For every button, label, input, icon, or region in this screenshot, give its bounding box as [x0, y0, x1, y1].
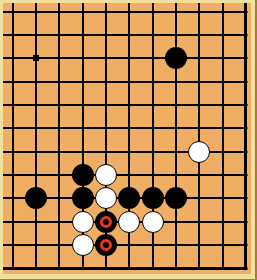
black-stone-Q4 [165, 187, 187, 209]
point-L6[interactable] [48, 140, 71, 163]
point-L2[interactable] [48, 233, 71, 256]
point-K5[interactable] [24, 163, 47, 186]
black-stone-O4 [118, 187, 140, 209]
white-stone-R6 [188, 141, 210, 163]
point-K1[interactable] [24, 257, 47, 274]
point-P6[interactable] [141, 140, 164, 163]
point-S12[interactable] [211, 3, 234, 23]
point-M4[interactable] [71, 187, 94, 210]
point-J1[interactable] [3, 257, 24, 274]
point-O8[interactable] [118, 93, 141, 116]
point-M10[interactable] [71, 47, 94, 70]
point-R7[interactable] [188, 117, 211, 140]
point-J10[interactable] [3, 47, 24, 70]
point-N8[interactable] [94, 93, 117, 116]
white-stone-M2 [72, 234, 94, 256]
point-Q2[interactable] [164, 233, 187, 256]
point-Q12[interactable] [164, 3, 187, 23]
point-K7[interactable] [24, 117, 47, 140]
point-M8[interactable] [71, 93, 94, 116]
point-T7[interactable] [234, 117, 251, 140]
point-T3[interactable] [234, 210, 251, 233]
point-T2[interactable] [234, 233, 251, 256]
point-J2[interactable] [3, 233, 24, 256]
point-T12[interactable] [234, 3, 251, 23]
point-R6[interactable] [188, 140, 211, 163]
point-S2[interactable] [211, 233, 234, 256]
point-M12[interactable] [71, 3, 94, 23]
point-M3[interactable] [71, 210, 94, 233]
white-stone-O3 [118, 211, 140, 233]
point-R3[interactable] [188, 210, 211, 233]
point-N7[interactable] [94, 117, 117, 140]
point-O5[interactable] [118, 163, 141, 186]
black-stone-P4 [142, 187, 164, 209]
point-J9[interactable] [3, 70, 24, 93]
white-stone-P3 [142, 211, 164, 233]
point-P1[interactable] [141, 257, 164, 274]
point-J11[interactable] [3, 23, 24, 46]
black-stone-K4 [25, 187, 47, 209]
point-K2[interactable] [24, 233, 47, 256]
point-N6[interactable] [94, 140, 117, 163]
point-Q5[interactable] [164, 163, 187, 186]
point-P7[interactable] [141, 117, 164, 140]
point-T4[interactable] [234, 187, 251, 210]
white-stone-N4 [95, 187, 117, 209]
point-M11[interactable] [71, 23, 94, 46]
point-R1[interactable] [188, 257, 211, 274]
point-J5[interactable] [3, 163, 24, 186]
point-L11[interactable] [48, 23, 71, 46]
black-stone-Q10 [165, 47, 187, 69]
go-diagram [0, 0, 257, 280]
point-O11[interactable] [118, 23, 141, 46]
point-R4[interactable] [188, 187, 211, 210]
point-L7[interactable] [48, 117, 71, 140]
point-L9[interactable] [48, 70, 71, 93]
point-O4[interactable] [118, 187, 141, 210]
point-T9[interactable] [234, 70, 251, 93]
point-T1[interactable] [234, 257, 251, 274]
point-S3[interactable] [211, 210, 234, 233]
point-T5[interactable] [234, 163, 251, 186]
point-S10[interactable] [211, 47, 234, 70]
point-S5[interactable] [211, 163, 234, 186]
point-O9[interactable] [118, 70, 141, 93]
point-Q3[interactable] [164, 210, 187, 233]
point-N2[interactable] [94, 233, 117, 256]
point-J8[interactable] [3, 93, 24, 116]
point-Q10[interactable] [164, 47, 187, 70]
point-S4[interactable] [211, 187, 234, 210]
go-board-grid [3, 3, 251, 274]
point-O6[interactable] [118, 140, 141, 163]
point-Q11[interactable] [164, 23, 187, 46]
point-J6[interactable] [3, 140, 24, 163]
point-J4[interactable] [3, 187, 24, 210]
black-stone-N3 [95, 211, 117, 233]
point-R11[interactable] [188, 23, 211, 46]
point-O12[interactable] [118, 3, 141, 23]
point-O1[interactable] [118, 257, 141, 274]
point-M1[interactable] [71, 257, 94, 274]
point-P11[interactable] [141, 23, 164, 46]
point-K4[interactable] [24, 187, 47, 210]
point-P3[interactable] [141, 210, 164, 233]
point-Q9[interactable] [164, 70, 187, 93]
black-stone-N2 [95, 234, 117, 256]
white-stone-N5 [95, 164, 117, 186]
white-stone-M3 [72, 211, 94, 233]
point-R5[interactable] [188, 163, 211, 186]
point-S8[interactable] [211, 93, 234, 116]
point-K6[interactable] [24, 140, 47, 163]
point-R9[interactable] [188, 70, 211, 93]
point-S7[interactable] [211, 117, 234, 140]
point-L5[interactable] [48, 163, 71, 186]
point-M5[interactable] [71, 163, 94, 186]
point-L12[interactable] [48, 3, 71, 23]
point-R2[interactable] [188, 233, 211, 256]
point-O3[interactable] [118, 210, 141, 233]
point-N11[interactable] [94, 23, 117, 46]
black-stone-M4 [72, 187, 94, 209]
point-N10[interactable] [94, 47, 117, 70]
point-N9[interactable] [94, 70, 117, 93]
point-O2[interactable] [118, 233, 141, 256]
point-K9[interactable] [24, 70, 47, 93]
point-R8[interactable] [188, 93, 211, 116]
point-P2[interactable] [141, 233, 164, 256]
red-circle-marker-icon [100, 216, 112, 228]
point-K10[interactable] [24, 47, 47, 70]
point-Q7[interactable] [164, 117, 187, 140]
point-P12[interactable] [141, 3, 164, 23]
point-T10[interactable] [234, 47, 251, 70]
point-N3[interactable] [94, 210, 117, 233]
point-J3[interactable] [3, 210, 24, 233]
point-J12[interactable] [3, 3, 24, 23]
point-K3[interactable] [24, 210, 47, 233]
point-P10[interactable] [141, 47, 164, 70]
point-R10[interactable] [188, 47, 211, 70]
point-R12[interactable] [188, 3, 211, 23]
point-N1[interactable] [94, 257, 117, 274]
point-O7[interactable] [118, 117, 141, 140]
point-L8[interactable] [48, 93, 71, 116]
point-P8[interactable] [141, 93, 164, 116]
point-S11[interactable] [211, 23, 234, 46]
black-stone-M5 [72, 164, 94, 186]
point-Q6[interactable] [164, 140, 187, 163]
point-N4[interactable] [94, 187, 117, 210]
point-L4[interactable] [48, 187, 71, 210]
point-L3[interactable] [48, 210, 71, 233]
point-K11[interactable] [24, 23, 47, 46]
point-M2[interactable] [71, 233, 94, 256]
point-J7[interactable] [3, 117, 24, 140]
point-M6[interactable] [71, 140, 94, 163]
point-P4[interactable] [141, 187, 164, 210]
point-P5[interactable] [141, 163, 164, 186]
point-M7[interactable] [71, 117, 94, 140]
point-S6[interactable] [211, 140, 234, 163]
point-P9[interactable] [141, 70, 164, 93]
point-T6[interactable] [234, 140, 251, 163]
star-point [33, 55, 39, 61]
red-circle-marker-icon [100, 239, 112, 251]
point-S1[interactable] [211, 257, 234, 274]
point-Q4[interactable] [164, 187, 187, 210]
point-K12[interactable] [24, 3, 47, 23]
point-L10[interactable] [48, 47, 71, 70]
point-M9[interactable] [71, 70, 94, 93]
point-N5[interactable] [94, 163, 117, 186]
point-K8[interactable] [24, 93, 47, 116]
point-O10[interactable] [118, 47, 141, 70]
point-L1[interactable] [48, 257, 71, 274]
point-T8[interactable] [234, 93, 251, 116]
point-N12[interactable] [94, 3, 117, 23]
point-T11[interactable] [234, 23, 251, 46]
point-S9[interactable] [211, 70, 234, 93]
point-Q8[interactable] [164, 93, 187, 116]
go-board [3, 3, 251, 274]
point-Q1[interactable] [164, 257, 187, 274]
